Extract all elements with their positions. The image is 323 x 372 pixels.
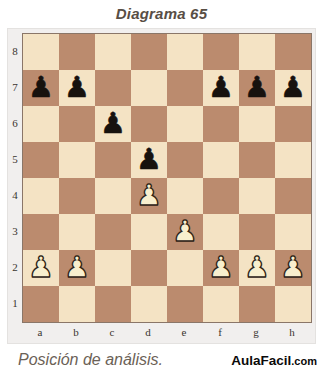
square-a4: [23, 178, 59, 214]
square-a2: ♟: [23, 250, 59, 286]
square-f8: [203, 34, 239, 70]
file-label-f: f: [202, 323, 238, 340]
brand-name: AulaFacil: [231, 353, 291, 368]
square-b3: [59, 214, 95, 250]
square-h5: [275, 142, 311, 178]
white-pawn-a2: ♟: [28, 249, 54, 287]
board-wrap: 87654321 ♟♟♟♟♟♟♟♟♟♟♟♟♟♟: [8, 33, 310, 323]
square-d8: [131, 34, 167, 70]
square-e6: [167, 106, 203, 142]
square-h4: [275, 178, 311, 214]
square-d7: [131, 70, 167, 106]
square-g7: ♟: [239, 70, 275, 106]
square-f3: [203, 214, 239, 250]
aulafacil-logo: AulaFacil.com: [231, 353, 317, 368]
rank-label-7: 7: [8, 69, 22, 105]
white-pawn-f2: ♟: [208, 249, 234, 287]
square-e7: [167, 70, 203, 106]
square-c6: ♟: [95, 106, 131, 142]
black-pawn-h7: ♟: [280, 69, 306, 107]
square-a3: [23, 214, 59, 250]
rank-label-2: 2: [8, 249, 22, 285]
square-f4: [203, 178, 239, 214]
diagram-page: Diagrama 65 87654321 ♟♟♟♟♟♟♟♟♟♟♟♟♟♟ abcd…: [0, 0, 323, 372]
rank-label-8: 8: [8, 33, 22, 69]
black-pawn-g7: ♟: [244, 69, 270, 107]
square-c8: [95, 34, 131, 70]
board-panel: 87654321 ♟♟♟♟♟♟♟♟♟♟♟♟♟♟ abcdefgh: [7, 28, 316, 344]
square-h8: [275, 34, 311, 70]
brand-tld: .com: [291, 355, 317, 367]
file-label-d: d: [130, 323, 166, 340]
square-e2: [167, 250, 203, 286]
black-pawn-f7: ♟: [208, 69, 234, 107]
square-e1: [167, 286, 203, 322]
square-d4: ♟: [131, 178, 167, 214]
square-d3: [131, 214, 167, 250]
square-c2: [95, 250, 131, 286]
square-g5: [239, 142, 275, 178]
square-c3: [95, 214, 131, 250]
file-labels: abcdefgh: [22, 323, 310, 340]
square-g6: [239, 106, 275, 142]
square-e5: [167, 142, 203, 178]
square-b5: [59, 142, 95, 178]
file-label-e: e: [166, 323, 202, 340]
square-a7: ♟: [23, 70, 59, 106]
rank-label-4: 4: [8, 177, 22, 213]
file-label-h: h: [274, 323, 310, 340]
square-h7: ♟: [275, 70, 311, 106]
rank-label-5: 5: [8, 141, 22, 177]
square-d1: [131, 286, 167, 322]
white-pawn-e3: ♟: [172, 213, 198, 251]
caption: Posición de análisis.: [18, 351, 163, 369]
white-pawn-b2: ♟: [64, 249, 90, 287]
square-d6: [131, 106, 167, 142]
square-d2: [131, 250, 167, 286]
square-b4: [59, 178, 95, 214]
square-a5: [23, 142, 59, 178]
footer: Posición de análisis. AulaFacil.com: [18, 351, 317, 369]
rank-label-1: 1: [8, 285, 22, 321]
black-pawn-a7: ♟: [28, 69, 54, 107]
rank-label-3: 3: [8, 213, 22, 249]
square-b8: [59, 34, 95, 70]
square-f7: ♟: [203, 70, 239, 106]
square-g1: [239, 286, 275, 322]
square-c5: [95, 142, 131, 178]
black-pawn-d5: ♟: [136, 141, 162, 179]
square-e4: [167, 178, 203, 214]
square-f5: [203, 142, 239, 178]
file-label-c: c: [94, 323, 130, 340]
file-label-g: g: [238, 323, 274, 340]
white-pawn-h2: ♟: [280, 249, 306, 287]
square-h3: [275, 214, 311, 250]
diagram-title: Diagrama 65: [0, 0, 323, 27]
square-a6: [23, 106, 59, 142]
square-f2: ♟: [203, 250, 239, 286]
white-pawn-g2: ♟: [244, 249, 270, 287]
chess-board: ♟♟♟♟♟♟♟♟♟♟♟♟♟♟: [22, 33, 312, 323]
square-g4: [239, 178, 275, 214]
square-g8: [239, 34, 275, 70]
square-h6: [275, 106, 311, 142]
file-label-a: a: [22, 323, 58, 340]
rank-labels: 87654321: [8, 33, 22, 323]
square-c1: [95, 286, 131, 322]
square-e3: ♟: [167, 214, 203, 250]
rank-label-6: 6: [8, 105, 22, 141]
square-b1: [59, 286, 95, 322]
square-b2: ♟: [59, 250, 95, 286]
square-f6: [203, 106, 239, 142]
square-g3: [239, 214, 275, 250]
square-h2: ♟: [275, 250, 311, 286]
square-a1: [23, 286, 59, 322]
square-d5: ♟: [131, 142, 167, 178]
square-g2: ♟: [239, 250, 275, 286]
black-pawn-b7: ♟: [64, 69, 90, 107]
square-h1: [275, 286, 311, 322]
white-pawn-d4: ♟: [136, 177, 162, 215]
black-pawn-c6: ♟: [100, 105, 126, 143]
file-label-b: b: [58, 323, 94, 340]
square-b6: [59, 106, 95, 142]
square-c7: [95, 70, 131, 106]
square-f1: [203, 286, 239, 322]
square-b7: ♟: [59, 70, 95, 106]
square-a8: [23, 34, 59, 70]
square-e8: [167, 34, 203, 70]
square-c4: [95, 178, 131, 214]
